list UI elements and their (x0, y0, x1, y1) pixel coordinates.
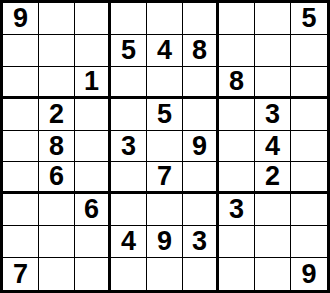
cell-r6c2-given[interactable]: 6 (39, 162, 75, 194)
cell-r4c8-given[interactable]: 3 (255, 99, 291, 131)
cell-r6c5-given[interactable]: 7 (147, 162, 183, 194)
cell-r7c4-empty[interactable] (111, 194, 147, 226)
sudoku-board: 955481825383946726349379 (0, 0, 330, 293)
cell-r9c4-empty[interactable] (111, 258, 147, 290)
cell-r3c9-empty[interactable] (291, 67, 327, 99)
cell-r7c7-given[interactable]: 3 (219, 194, 255, 226)
cell-r7c2-empty[interactable] (39, 194, 75, 226)
cell-r4c9-empty[interactable] (291, 99, 327, 131)
cell-r2c8-empty[interactable] (255, 35, 291, 67)
cell-r8c4-given[interactable]: 4 (111, 226, 147, 258)
cell-r9c8-empty[interactable] (255, 258, 291, 290)
cell-r1c2-empty[interactable] (39, 3, 75, 35)
cell-r4c3-empty[interactable] (75, 99, 111, 131)
cell-r6c9-empty[interactable] (291, 162, 327, 194)
cell-r8c3-empty[interactable] (75, 226, 111, 258)
cell-r4c7-empty[interactable] (219, 99, 255, 131)
cell-r6c8-given[interactable]: 2 (255, 162, 291, 194)
cell-r9c3-empty[interactable] (75, 258, 111, 290)
cell-r9c5-empty[interactable] (147, 258, 183, 290)
cell-r7c8-empty[interactable] (255, 194, 291, 226)
cell-r2c3-empty[interactable] (75, 35, 111, 67)
cell-r5c7-empty[interactable] (219, 131, 255, 163)
cell-r7c5-empty[interactable] (147, 194, 183, 226)
cell-r3c3-given[interactable]: 1 (75, 67, 111, 99)
cell-r1c9-given[interactable]: 5 (291, 3, 327, 35)
cell-r5c6-given[interactable]: 9 (183, 131, 219, 163)
cell-r5c5-empty[interactable] (147, 131, 183, 163)
cell-r3c8-empty[interactable] (255, 67, 291, 99)
cell-r3c7-given[interactable]: 8 (219, 67, 255, 99)
cell-r8c8-empty[interactable] (255, 226, 291, 258)
cell-r2c9-empty[interactable] (291, 35, 327, 67)
cell-r3c4-empty[interactable] (111, 67, 147, 99)
cell-r5c1-empty[interactable] (3, 131, 39, 163)
cell-r8c6-given[interactable]: 3 (183, 226, 219, 258)
cell-r2c7-empty[interactable] (219, 35, 255, 67)
cell-r8c5-given[interactable]: 9 (147, 226, 183, 258)
cell-r3c6-empty[interactable] (183, 67, 219, 99)
cell-r2c5-given[interactable]: 4 (147, 35, 183, 67)
cell-r4c2-given[interactable]: 2 (39, 99, 75, 131)
cell-r1c5-empty[interactable] (147, 3, 183, 35)
cell-r7c9-empty[interactable] (291, 194, 327, 226)
cell-r7c3-given[interactable]: 6 (75, 194, 111, 226)
cell-r6c7-empty[interactable] (219, 162, 255, 194)
cell-r8c9-empty[interactable] (291, 226, 327, 258)
cell-r4c1-empty[interactable] (3, 99, 39, 131)
cell-r7c1-empty[interactable] (3, 194, 39, 226)
cell-r5c4-given[interactable]: 3 (111, 131, 147, 163)
cell-r9c2-empty[interactable] (39, 258, 75, 290)
cell-r9c7-empty[interactable] (219, 258, 255, 290)
cell-r5c3-empty[interactable] (75, 131, 111, 163)
cell-r6c4-empty[interactable] (111, 162, 147, 194)
cell-r8c2-empty[interactable] (39, 226, 75, 258)
cell-r5c2-given[interactable]: 8 (39, 131, 75, 163)
cell-r9c9-given[interactable]: 9 (291, 258, 327, 290)
cell-r7c6-empty[interactable] (183, 194, 219, 226)
cell-r6c1-empty[interactable] (3, 162, 39, 194)
cell-r6c6-empty[interactable] (183, 162, 219, 194)
cell-r1c8-empty[interactable] (255, 3, 291, 35)
cell-r3c1-empty[interactable] (3, 67, 39, 99)
cell-r3c2-empty[interactable] (39, 67, 75, 99)
cell-r1c3-empty[interactable] (75, 3, 111, 35)
cell-r3c5-empty[interactable] (147, 67, 183, 99)
cell-r4c6-empty[interactable] (183, 99, 219, 131)
cell-r9c1-given[interactable]: 7 (3, 258, 39, 290)
cell-r5c8-given[interactable]: 4 (255, 131, 291, 163)
cell-r5c9-empty[interactable] (291, 131, 327, 163)
cell-r1c4-empty[interactable] (111, 3, 147, 35)
cell-r1c1-given[interactable]: 9 (3, 3, 39, 35)
cell-r4c5-given[interactable]: 5 (147, 99, 183, 131)
cell-r1c7-empty[interactable] (219, 3, 255, 35)
cell-r6c3-empty[interactable] (75, 162, 111, 194)
cell-r8c1-empty[interactable] (3, 226, 39, 258)
cell-r2c1-empty[interactable] (3, 35, 39, 67)
cell-r1c6-empty[interactable] (183, 3, 219, 35)
cell-r2c4-given[interactable]: 5 (111, 35, 147, 67)
cell-r8c7-empty[interactable] (219, 226, 255, 258)
cell-r2c2-empty[interactable] (39, 35, 75, 67)
cell-r2c6-given[interactable]: 8 (183, 35, 219, 67)
cell-r4c4-empty[interactable] (111, 99, 147, 131)
cell-r9c6-empty[interactable] (183, 258, 219, 290)
